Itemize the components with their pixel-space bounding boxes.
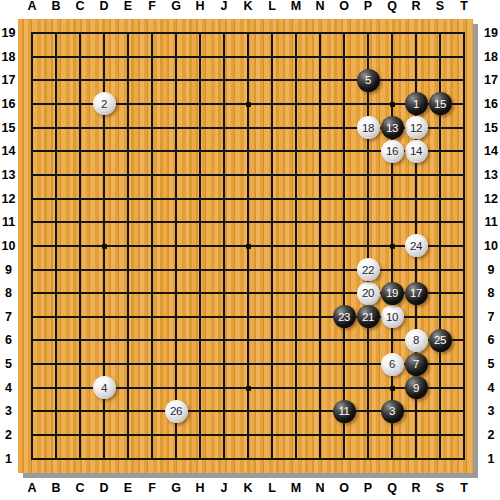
label-left-4: 4 — [0, 381, 17, 395]
label-top-N: N — [310, 0, 330, 13]
star-point-Q4 — [390, 386, 395, 391]
label-right-6: 6 — [482, 333, 500, 347]
stone-white-26-G3[interactable]: 26 — [165, 400, 188, 423]
label-top-A: A — [22, 0, 42, 13]
stone-black-19-Q8[interactable]: 19 — [381, 282, 404, 305]
stone-white-10-Q7[interactable]: 10 — [381, 305, 404, 328]
grid-line-horizontal-6 — [31, 339, 465, 341]
grid-line-vertical-L — [271, 32, 273, 460]
stone-black-23-O7[interactable]: 23 — [333, 305, 356, 328]
label-left-19: 19 — [0, 26, 17, 40]
label-bottom-K: K — [238, 482, 258, 495]
label-left-12: 12 — [0, 192, 17, 206]
go-board[interactable]: 1234567891011121314151617181920212223242… — [18, 19, 473, 473]
stone-white-24-R10[interactable]: 24 — [405, 234, 428, 257]
label-bottom-R: R — [406, 482, 426, 495]
label-bottom-F: F — [142, 482, 162, 495]
label-top-P: P — [358, 0, 378, 13]
label-top-S: S — [430, 0, 450, 13]
label-left-16: 16 — [0, 97, 17, 111]
grid-line-vertical-N — [319, 32, 321, 460]
label-left-5: 5 — [0, 357, 17, 371]
label-bottom-T: T — [454, 482, 474, 495]
label-bottom-J: J — [214, 482, 234, 495]
label-right-16: 16 — [482, 97, 500, 111]
label-right-3: 3 — [482, 404, 500, 418]
label-bottom-E: E — [118, 482, 138, 495]
label-top-O: O — [334, 0, 354, 13]
label-bottom-C: C — [70, 482, 90, 495]
stone-white-14-R14[interactable]: 14 — [405, 140, 428, 163]
label-left-11: 11 — [0, 215, 17, 229]
grid-line-vertical-O — [343, 32, 345, 460]
grid-line-horizontal-9 — [31, 269, 465, 271]
label-top-C: C — [70, 0, 90, 13]
star-point-Q16 — [390, 102, 395, 107]
label-left-18: 18 — [0, 50, 17, 64]
stone-white-22-P9[interactable]: 22 — [357, 258, 380, 281]
label-right-7: 7 — [482, 310, 500, 324]
grid-line-vertical-M — [295, 32, 297, 460]
label-top-T: T — [454, 0, 474, 13]
stone-white-8-R6[interactable]: 8 — [405, 329, 428, 352]
label-right-2: 2 — [482, 428, 500, 442]
label-top-B: B — [46, 0, 66, 13]
stone-black-9-R4[interactable]: 9 — [405, 376, 428, 399]
label-right-1: 1 — [482, 452, 500, 466]
label-left-8: 8 — [0, 286, 17, 300]
label-right-8: 8 — [482, 286, 500, 300]
label-right-5: 5 — [482, 357, 500, 371]
label-bottom-Q: Q — [382, 482, 402, 495]
go-diagram: 1234567891011121314151617181920212223242… — [0, 0, 500, 500]
grid-line-vertical-T — [463, 32, 465, 460]
label-top-G: G — [166, 0, 186, 13]
label-left-14: 14 — [0, 144, 17, 158]
label-bottom-L: L — [262, 482, 282, 495]
stone-white-12-R15[interactable]: 12 — [405, 116, 428, 139]
stone-white-20-P8[interactable]: 20 — [357, 282, 380, 305]
label-right-15: 15 — [482, 121, 500, 135]
label-left-15: 15 — [0, 121, 17, 135]
label-right-10: 10 — [482, 239, 500, 253]
stone-black-5-P17[interactable]: 5 — [357, 69, 380, 92]
stone-white-16-Q14[interactable]: 16 — [381, 140, 404, 163]
grid-line-vertical-P — [367, 32, 369, 460]
label-right-4: 4 — [482, 381, 500, 395]
label-left-3: 3 — [0, 404, 17, 418]
label-top-F: F — [142, 0, 162, 13]
stone-black-21-P7[interactable]: 21 — [357, 305, 380, 328]
label-bottom-H: H — [190, 482, 210, 495]
label-top-K: K — [238, 0, 258, 13]
stone-black-3-Q3[interactable]: 3 — [381, 400, 404, 423]
label-bottom-A: A — [22, 482, 42, 495]
label-bottom-B: B — [46, 482, 66, 495]
label-left-13: 13 — [0, 168, 17, 182]
label-right-13: 13 — [482, 168, 500, 182]
label-right-9: 9 — [482, 263, 500, 277]
grid-line-horizontal-2 — [31, 434, 465, 436]
label-left-2: 2 — [0, 428, 17, 442]
label-left-17: 17 — [0, 73, 17, 87]
label-left-1: 1 — [0, 452, 17, 466]
label-right-18: 18 — [482, 50, 500, 64]
label-top-M: M — [286, 0, 306, 13]
label-top-L: L — [262, 0, 282, 13]
star-point-K4 — [246, 386, 251, 391]
star-point-K10 — [246, 244, 251, 249]
label-bottom-M: M — [286, 482, 306, 495]
label-bottom-G: G — [166, 482, 186, 495]
label-left-10: 10 — [0, 239, 17, 253]
label-right-19: 19 — [482, 26, 500, 40]
star-point-K16 — [246, 102, 251, 107]
label-top-D: D — [94, 0, 114, 13]
label-bottom-N: N — [310, 482, 330, 495]
stone-white-4-D4[interactable]: 4 — [93, 376, 116, 399]
label-bottom-O: O — [334, 482, 354, 495]
star-point-D10 — [102, 244, 107, 249]
stone-black-13-Q15[interactable]: 13 — [381, 116, 404, 139]
stone-black-11-O3[interactable]: 11 — [333, 400, 356, 423]
label-top-J: J — [214, 0, 234, 13]
label-right-11: 11 — [482, 215, 500, 229]
stone-white-18-P15[interactable]: 18 — [357, 116, 380, 139]
star-point-Q10 — [390, 244, 395, 249]
stone-black-25-S6[interactable]: 25 — [429, 329, 452, 352]
stone-white-6-Q5[interactable]: 6 — [381, 353, 404, 376]
label-right-12: 12 — [482, 192, 500, 206]
label-right-17: 17 — [482, 73, 500, 87]
label-top-H: H — [190, 0, 210, 13]
stone-black-15-S16[interactable]: 15 — [429, 92, 452, 115]
stone-black-1-R16[interactable]: 1 — [405, 92, 428, 115]
label-top-Q: Q — [382, 0, 402, 13]
grid-line-horizontal-1 — [31, 458, 465, 460]
label-left-6: 6 — [0, 333, 17, 347]
label-bottom-D: D — [94, 482, 114, 495]
stone-black-17-R8[interactable]: 17 — [405, 282, 428, 305]
label-left-7: 7 — [0, 310, 17, 324]
label-bottom-P: P — [358, 482, 378, 495]
stone-black-7-R5[interactable]: 7 — [405, 353, 428, 376]
label-left-9: 9 — [0, 263, 17, 277]
label-top-E: E — [118, 0, 138, 13]
label-right-14: 14 — [482, 144, 500, 158]
label-top-R: R — [406, 0, 426, 13]
label-bottom-S: S — [430, 482, 450, 495]
stone-white-2-D16[interactable]: 2 — [93, 92, 116, 115]
